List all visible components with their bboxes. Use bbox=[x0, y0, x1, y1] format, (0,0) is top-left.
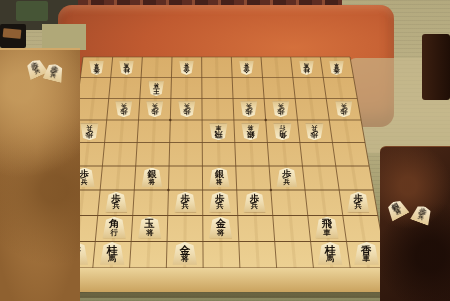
piece-kanji-sub: 馬 bbox=[326, 255, 334, 262]
piece-kanji-sub: 兵 bbox=[246, 103, 251, 108]
piece-kanji-sub: 兵 bbox=[284, 179, 291, 185]
piece-kanji-sub: 兵 bbox=[341, 103, 346, 108]
piece-kanji-sub: 車 bbox=[323, 229, 330, 236]
folded-fan bbox=[3, 28, 22, 39]
piece-kanji-main: 香 bbox=[334, 67, 340, 73]
piece-kanji-sub: 兵 bbox=[355, 203, 362, 210]
piece-kanji-sub: 兵 bbox=[34, 68, 41, 75]
piece-kanji-sub: 兵 bbox=[182, 203, 189, 210]
piece-kanji-main: 香 bbox=[94, 67, 100, 73]
piece-kanji-sub: 兵 bbox=[152, 103, 157, 108]
piece-kanji-sub: 将 bbox=[217, 229, 224, 236]
piece-kanji-sub: 将 bbox=[153, 83, 158, 88]
piece-kanji-sub: 兵 bbox=[278, 103, 283, 108]
piece-kanji-main: 歩 bbox=[151, 108, 159, 115]
shogi-game-photo: 香車桂馬金将金将桂馬香車王将歩兵歩兵歩兵歩兵歩兵歩兵歩兵飛車銀将角行歩兵歩兵銀将… bbox=[0, 0, 450, 301]
piece-kanji-sub: 車 bbox=[334, 63, 339, 67]
piece-kanji-main: 歩 bbox=[340, 108, 348, 115]
piece-kanji-sub: 将 bbox=[395, 209, 402, 216]
piece-kanji-sub: 兵 bbox=[184, 103, 189, 108]
piece-kanji-sub: 兵 bbox=[121, 103, 126, 108]
piece-kanji-sub: 将 bbox=[216, 179, 223, 185]
piece-kanji-main: 歩 bbox=[183, 108, 191, 115]
piece-kanji-main: 歩 bbox=[277, 108, 285, 115]
piece-kanji-main: 桂 bbox=[304, 67, 310, 73]
piece-kanji-sub: 将 bbox=[146, 229, 153, 236]
piece-kanji-sub: 兵 bbox=[50, 73, 57, 79]
piece-kanji-sub: 馬 bbox=[108, 255, 116, 262]
piece-kanji-sub: 車 bbox=[215, 125, 221, 131]
piece-kanji-sub: 将 bbox=[149, 179, 156, 185]
piece-kanji-sub: 将 bbox=[184, 63, 189, 67]
piece-kanji-sub: 将 bbox=[248, 125, 254, 131]
piece-kanji-main: 金 bbox=[244, 67, 250, 73]
piece-kanji-main: 金 bbox=[184, 67, 190, 73]
piece-kanji-sub: 将 bbox=[244, 63, 249, 67]
piece-kanji-sub: 車 bbox=[363, 255, 371, 262]
piece-kanji-sub: 兵 bbox=[417, 214, 424, 221]
piece-kanji-sub: 車 bbox=[94, 63, 99, 67]
piece-kanji-main: 桂 bbox=[124, 67, 130, 73]
piece-kanji-sub: 馬 bbox=[304, 63, 309, 67]
piece-kanji-sub: 兵 bbox=[312, 125, 318, 131]
piece-kanji-sub: 将 bbox=[181, 255, 189, 262]
piece-kanji-sub: 馬 bbox=[124, 63, 129, 67]
piece-kanji-sub: 兵 bbox=[81, 179, 88, 185]
piece-kanji-sub: 兵 bbox=[113, 203, 120, 210]
piece-kanji-sub: 兵 bbox=[216, 203, 223, 210]
piece-kanji-main: 歩 bbox=[120, 108, 128, 115]
right-komadai[interactable] bbox=[380, 146, 450, 301]
piece-kanji-main: 歩 bbox=[245, 108, 253, 115]
piece-kanji-sub: 兵 bbox=[87, 125, 93, 131]
piece-kanji-sub: 行 bbox=[111, 229, 118, 236]
left-komadai[interactable] bbox=[0, 48, 80, 301]
piece-kanji-sub: 行 bbox=[280, 125, 286, 131]
piece-kanji-sub: 兵 bbox=[251, 203, 258, 210]
